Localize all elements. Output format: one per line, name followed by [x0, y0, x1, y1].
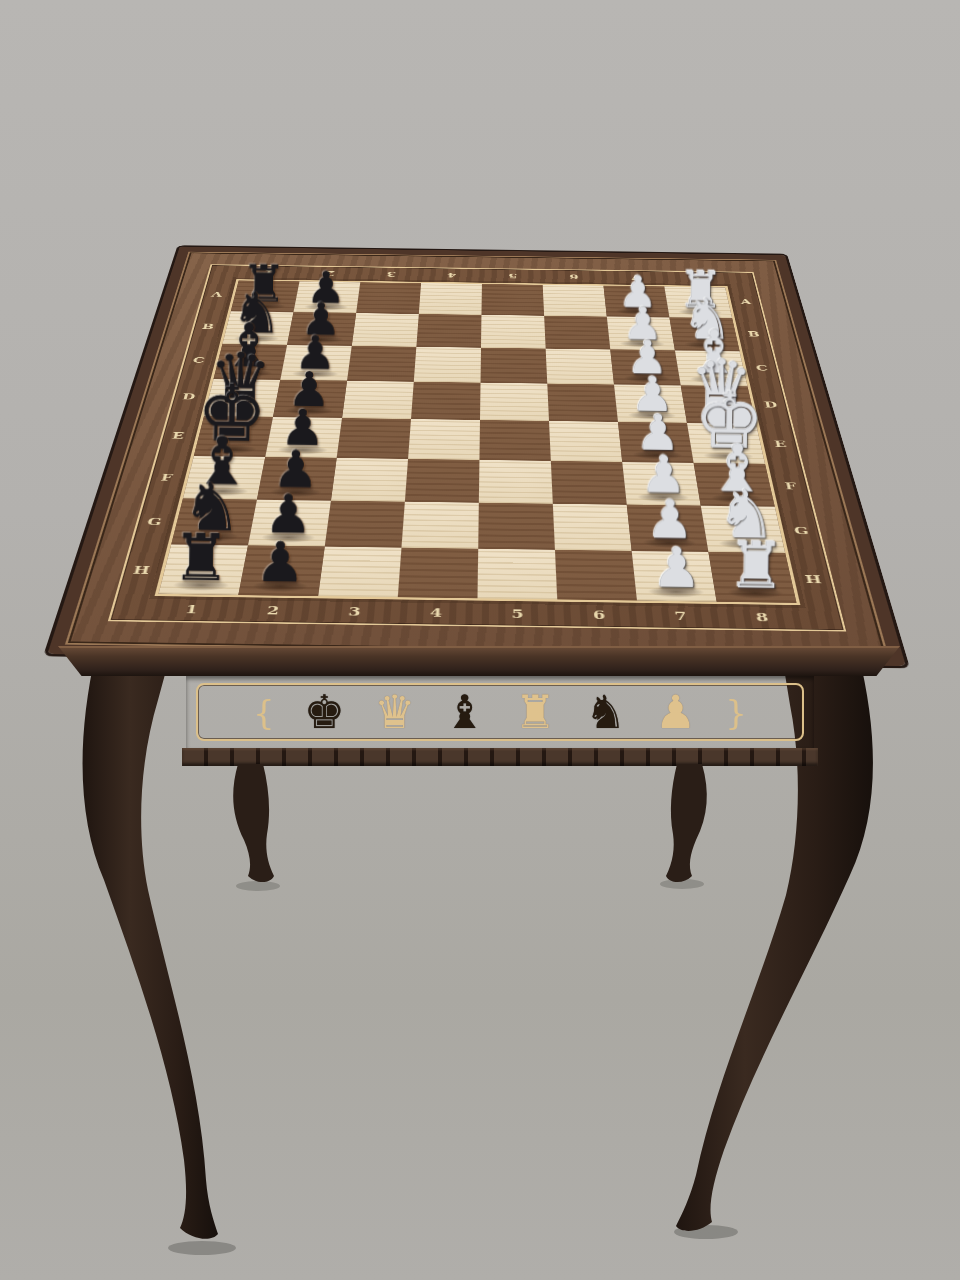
- apron-inlay-bishop-silhouette: ♝: [444, 689, 485, 735]
- rank-far-label-5: 5: [482, 269, 543, 283]
- square-C3[interactable]: [347, 346, 416, 382]
- rank-far-label-3: 3: [359, 267, 421, 281]
- square-G3[interactable]: [325, 501, 405, 548]
- piece-white-pawn[interactable]: ♟: [651, 542, 701, 595]
- square-A6[interactable]: [543, 285, 607, 317]
- apron: { ♚♛♝♜♞♟ }: [186, 676, 814, 748]
- piece-white-rook[interactable]: ♜: [726, 534, 785, 596]
- piece-black-pawn[interactable]: ♟: [255, 536, 305, 589]
- apron-bracket-left-ornament: {: [253, 695, 275, 729]
- rear-feet-shadows: [236, 879, 704, 891]
- dentil-molding: [182, 748, 818, 766]
- rank-far-label-6: 6: [543, 270, 605, 284]
- square-B3[interactable]: [352, 313, 419, 347]
- tabletop-edge-molding: [58, 646, 900, 676]
- square-A5[interactable]: [481, 284, 544, 316]
- apron-inlay-king-silhouette: ♚: [304, 689, 345, 735]
- square-F6[interactable]: [551, 461, 627, 505]
- square-F5[interactable]: [479, 460, 553, 504]
- rank-far-label-2: 2: [298, 266, 361, 280]
- square-B4[interactable]: [416, 314, 481, 348]
- apron-bracket-right-ornament: }: [725, 695, 747, 729]
- rank-far-label-4: 4: [421, 268, 483, 282]
- square-F4[interactable]: [405, 459, 480, 503]
- piece-black-rook[interactable]: ♜: [171, 526, 230, 588]
- square-E6[interactable]: [549, 421, 622, 462]
- apron-inlay-rook-silhouette: ♜: [514, 689, 555, 735]
- chessboard: ABCDEFGH ABCDEFGH 12345678 12345678 ♜♟♟♜…: [47, 247, 906, 666]
- rank-far-label-8: 8: [664, 272, 727, 286]
- square-E5[interactable]: [479, 420, 550, 461]
- rank-far-label-1: 1: [237, 266, 301, 280]
- square-A4[interactable]: [419, 283, 482, 315]
- apron-inlay-border: { ♚♛♝♜♞♟ }: [196, 683, 804, 741]
- apron-inlay-pawn-silhouette: ♟: [655, 689, 696, 735]
- feet-shadows: [168, 1225, 738, 1255]
- apron-inlay-queen-silhouette: ♛: [374, 689, 415, 735]
- apron-inlay-knight-silhouette: ♞: [585, 689, 626, 735]
- square-H1[interactable]: ♜: [159, 544, 248, 595]
- rank-far-label-7: 7: [603, 271, 666, 285]
- square-H8[interactable]: ♜: [708, 552, 796, 603]
- photo-of-chess-table: { "game": "chess", "scene": { "descripti…: [0, 0, 960, 1280]
- square-E3[interactable]: [337, 418, 411, 459]
- square-F3[interactable]: [331, 458, 408, 502]
- square-D3[interactable]: [342, 381, 414, 419]
- square-E4[interactable]: [408, 419, 480, 460]
